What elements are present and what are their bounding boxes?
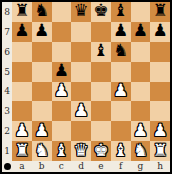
square-c4[interactable]: ♟ xyxy=(52,82,72,102)
chess-board: ♜♞♛♚♝♜♟♟♟♟♟♝♞♟♟♟♟♟♟♟♟♜♞♝♛♚♝♞♜ xyxy=(12,2,170,161)
square-b2[interactable]: ♟ xyxy=(32,121,52,141)
piece-black-pawn[interactable]: ♟ xyxy=(133,22,148,39)
square-f4[interactable]: ♟ xyxy=(111,82,131,102)
square-e1[interactable]: ♚ xyxy=(91,141,111,161)
file-label-h: h xyxy=(150,161,170,172)
square-h4[interactable] xyxy=(150,82,170,102)
turn-indicator xyxy=(2,161,12,172)
square-c8[interactable] xyxy=(52,2,72,22)
square-a6[interactable] xyxy=(12,42,32,62)
square-h5[interactable] xyxy=(150,62,170,82)
piece-white-pawn[interactable]: ♟ xyxy=(54,82,69,99)
piece-white-knight[interactable]: ♞ xyxy=(34,142,49,159)
piece-white-rook[interactable]: ♜ xyxy=(14,142,29,159)
square-a5[interactable] xyxy=(12,62,32,82)
square-a1[interactable]: ♜ xyxy=(12,141,32,161)
square-a8[interactable]: ♜ xyxy=(12,2,32,22)
square-f7[interactable]: ♟ xyxy=(111,22,131,42)
piece-white-knight[interactable]: ♞ xyxy=(133,142,148,159)
square-d1[interactable]: ♛ xyxy=(71,141,91,161)
piece-black-pawn[interactable]: ♟ xyxy=(54,62,69,79)
piece-white-pawn[interactable]: ♟ xyxy=(14,122,29,139)
file-label-g: g xyxy=(131,161,151,172)
piece-black-knight[interactable]: ♞ xyxy=(113,42,128,59)
square-g4[interactable] xyxy=(131,82,151,102)
piece-white-pawn[interactable]: ♟ xyxy=(74,102,89,119)
rank-label-8: 8 xyxy=(2,2,12,22)
square-e2[interactable] xyxy=(91,121,111,141)
piece-black-king[interactable]: ♚ xyxy=(93,2,108,19)
square-f1[interactable]: ♝ xyxy=(111,141,131,161)
rank-label-6: 6 xyxy=(2,42,12,62)
square-b3[interactable] xyxy=(32,101,52,121)
square-g8[interactable] xyxy=(131,2,151,22)
rank-label-3: 3 xyxy=(2,101,12,121)
square-c7[interactable] xyxy=(52,22,72,42)
square-f8[interactable]: ♝ xyxy=(111,2,131,22)
square-b5[interactable] xyxy=(32,62,52,82)
black-to-move-icon xyxy=(4,163,11,170)
square-e8[interactable]: ♚ xyxy=(91,2,111,22)
square-e7[interactable] xyxy=(91,22,111,42)
file-labels: abcdefgh xyxy=(12,161,170,172)
square-b6[interactable] xyxy=(32,42,52,62)
piece-black-knight[interactable]: ♞ xyxy=(34,2,49,19)
piece-white-rook[interactable]: ♜ xyxy=(153,142,168,159)
file-label-c: c xyxy=(52,161,72,172)
piece-white-bishop[interactable]: ♝ xyxy=(113,142,128,159)
square-e6[interactable]: ♝ xyxy=(91,42,111,62)
square-c1[interactable]: ♝ xyxy=(52,141,72,161)
square-g2[interactable]: ♟ xyxy=(131,121,151,141)
rank-label-7: 7 xyxy=(2,22,12,42)
piece-white-king[interactable]: ♚ xyxy=(93,142,108,159)
square-g1[interactable]: ♞ xyxy=(131,141,151,161)
square-e5[interactable] xyxy=(91,62,111,82)
piece-white-bishop[interactable]: ♝ xyxy=(54,142,69,159)
square-b8[interactable]: ♞ xyxy=(32,2,52,22)
square-e3[interactable] xyxy=(91,101,111,121)
square-d2[interactable] xyxy=(71,121,91,141)
piece-white-queen[interactable]: ♛ xyxy=(74,142,89,159)
square-h3[interactable] xyxy=(150,101,170,121)
square-c2[interactable] xyxy=(52,121,72,141)
square-e4[interactable] xyxy=(91,82,111,102)
square-b7[interactable]: ♟ xyxy=(32,22,52,42)
piece-white-pawn[interactable]: ♟ xyxy=(34,122,49,139)
rank-label-5: 5 xyxy=(2,62,12,82)
piece-black-rook[interactable]: ♜ xyxy=(153,2,168,19)
square-h6[interactable] xyxy=(150,42,170,62)
square-h1[interactable]: ♜ xyxy=(150,141,170,161)
square-b4[interactable] xyxy=(32,82,52,102)
piece-black-pawn[interactable]: ♟ xyxy=(34,22,49,39)
square-f6[interactable]: ♞ xyxy=(111,42,131,62)
chess-board-frame: 87654321 ♜♞♛♚♝♜♟♟♟♟♟♝♞♟♟♟♟♟♟♟♟♜♞♝♛♚♝♞♜ a… xyxy=(0,0,172,174)
piece-black-bishop[interactable]: ♝ xyxy=(113,2,128,19)
square-c6[interactable] xyxy=(52,42,72,62)
file-label-d: d xyxy=(71,161,91,172)
square-h8[interactable]: ♜ xyxy=(150,2,170,22)
rank-labels: 87654321 xyxy=(2,2,12,161)
square-h2[interactable]: ♟ xyxy=(150,121,170,141)
square-d5[interactable] xyxy=(71,62,91,82)
piece-black-pawn[interactable]: ♟ xyxy=(153,22,168,39)
square-d3[interactable]: ♟ xyxy=(71,101,91,121)
rank-label-4: 4 xyxy=(2,82,12,102)
square-f3[interactable] xyxy=(111,101,131,121)
square-g3[interactable] xyxy=(131,101,151,121)
file-label-e: e xyxy=(91,161,111,172)
square-d4[interactable] xyxy=(71,82,91,102)
square-a7[interactable]: ♟ xyxy=(12,22,32,42)
square-d6[interactable] xyxy=(71,42,91,62)
rank-label-1: 1 xyxy=(2,141,12,161)
square-g7[interactable]: ♟ xyxy=(131,22,151,42)
square-d8[interactable]: ♛ xyxy=(71,2,91,22)
square-a2[interactable]: ♟ xyxy=(12,121,32,141)
piece-black-rook[interactable]: ♜ xyxy=(14,2,29,19)
square-f5[interactable] xyxy=(111,62,131,82)
piece-black-pawn[interactable]: ♟ xyxy=(113,22,128,39)
square-c3[interactable] xyxy=(52,101,72,121)
piece-white-pawn[interactable]: ♟ xyxy=(133,122,148,139)
piece-black-queen[interactable]: ♛ xyxy=(74,2,89,19)
square-b1[interactable]: ♞ xyxy=(32,141,52,161)
square-h7[interactable]: ♟ xyxy=(150,22,170,42)
file-label-f: f xyxy=(111,161,131,172)
square-a4[interactable] xyxy=(12,82,32,102)
square-f2[interactable] xyxy=(111,121,131,141)
piece-white-pawn[interactable]: ♟ xyxy=(153,122,168,139)
file-label-a: a xyxy=(12,161,32,172)
piece-white-pawn[interactable]: ♟ xyxy=(113,82,128,99)
square-c5[interactable]: ♟ xyxy=(52,62,72,82)
rank-label-2: 2 xyxy=(2,121,12,141)
square-a3[interactable] xyxy=(12,101,32,121)
file-label-b: b xyxy=(32,161,52,172)
square-g6[interactable] xyxy=(131,42,151,62)
piece-black-pawn[interactable]: ♟ xyxy=(14,22,29,39)
piece-black-bishop[interactable]: ♝ xyxy=(93,42,108,59)
square-d7[interactable] xyxy=(71,22,91,42)
square-g5[interactable] xyxy=(131,62,151,82)
